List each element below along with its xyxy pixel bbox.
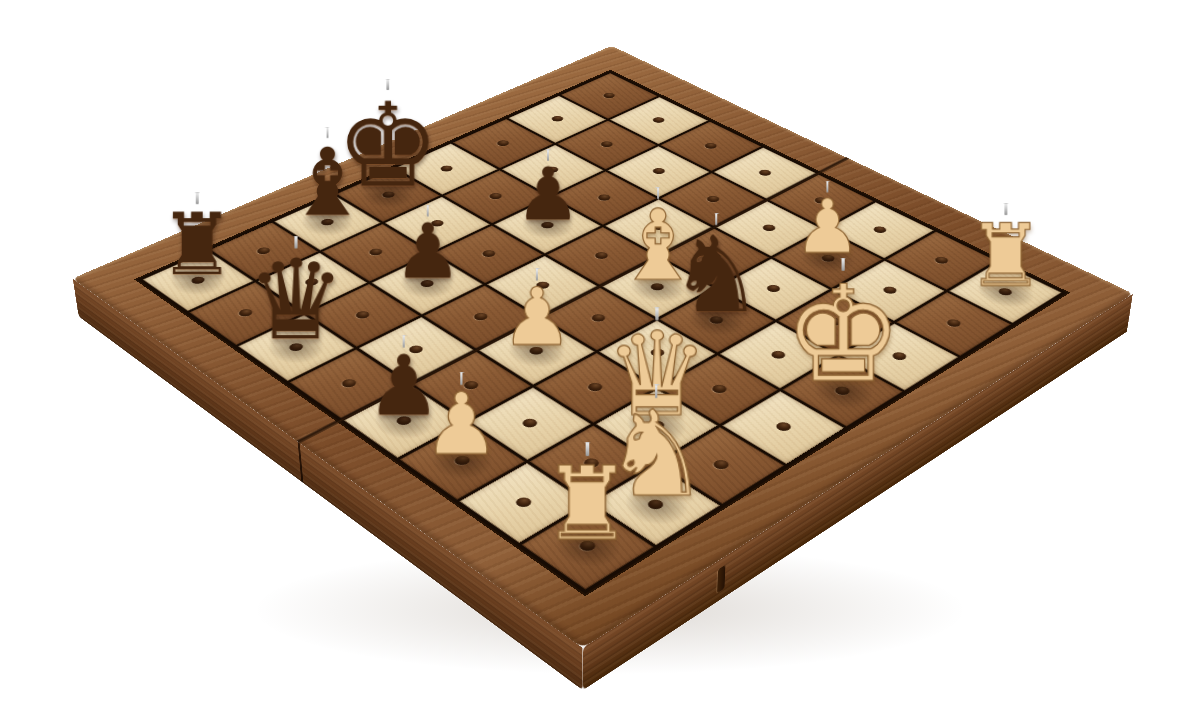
peg-hole — [599, 140, 616, 148]
white-pawn-c4: ♟ — [501, 268, 572, 357]
metal-pin — [655, 307, 658, 320]
peg-hole — [704, 195, 721, 204]
metal-pin — [586, 442, 589, 456]
hinge-seam — [297, 441, 303, 483]
square-h1: ♜ — [950, 262, 1062, 323]
metal-pin — [387, 79, 389, 90]
piece-glyph: ♜ — [967, 212, 1044, 298]
white-king-e1: ♚ — [783, 258, 902, 401]
square-e1: ♚ — [783, 357, 903, 427]
black-pawn-c6: ♟ — [393, 205, 461, 290]
peg-hole — [520, 417, 540, 429]
clasp-slot — [717, 565, 725, 593]
black-rook-a8: ♜ — [159, 192, 236, 287]
metal-pin — [546, 149, 548, 160]
peg-hole — [703, 142, 720, 150]
black-pawn-e6: ♟ — [515, 149, 580, 230]
peg-hole — [585, 381, 605, 392]
peg-hole — [513, 496, 534, 509]
peg-hole — [438, 164, 455, 172]
piece-glyph: ♝ — [285, 136, 369, 230]
peg-hole — [471, 311, 490, 321]
product-photo-scene: ♜♟♟♝♞♚♚♝♟♟♛♞♜♛♟♟♜ — [0, 0, 1200, 708]
board-field: ♜♟♟♝♞♚♚♝♟♟♛♞♜♛♟♟♜ — [137, 71, 1067, 594]
peg-hole — [773, 421, 793, 433]
peg-hole — [756, 168, 773, 176]
piece-glyph: ♟ — [424, 382, 500, 467]
metal-pin — [426, 205, 428, 217]
chess-board: ♜♟♟♝♞♚♚♝♟♟♛♞♜♛♟♟♜ — [73, 46, 1133, 648]
black-bishop-c8: ♝ — [285, 127, 369, 229]
peg-hole — [764, 283, 782, 293]
peg-hole — [709, 383, 729, 395]
peg-hole — [596, 193, 613, 202]
white-pawn-a3: ♟ — [424, 372, 500, 467]
metal-pin — [326, 127, 328, 138]
peg-hole — [932, 255, 950, 265]
peg-hole — [339, 377, 359, 388]
peg-hole — [871, 225, 889, 234]
peg-hole — [944, 318, 963, 329]
metal-pin — [1004, 203, 1007, 215]
peg-hole — [651, 116, 667, 124]
peg-hole — [601, 92, 617, 100]
piece-glyph: ♟ — [794, 190, 861, 265]
piece-glyph: ♟ — [515, 158, 580, 231]
peg-hole — [711, 458, 732, 471]
white-rook-a1: ♜ — [542, 442, 633, 554]
peg-hole — [488, 192, 505, 201]
metal-pin — [295, 236, 298, 249]
peg-hole — [549, 115, 565, 123]
piece-glyph: ♟ — [501, 278, 572, 357]
peg-hole — [650, 167, 667, 175]
piece-glyph: ♜ — [159, 201, 236, 287]
piece-glyph: ♜ — [542, 452, 633, 554]
peg-hole — [354, 310, 373, 320]
black-queen-a6: ♛ — [246, 236, 345, 356]
peg-hole — [592, 250, 610, 260]
piece-glyph: ♛ — [246, 245, 345, 356]
white-rook-h1: ♜ — [967, 203, 1044, 298]
peg-hole — [367, 247, 385, 257]
piece-glyph: ♟ — [393, 214, 461, 290]
peg-hole — [480, 249, 498, 259]
metal-pin — [655, 384, 658, 398]
metal-pin — [841, 258, 844, 271]
peg-hole — [495, 139, 512, 147]
metal-pin — [656, 187, 659, 199]
metal-pin — [535, 268, 538, 281]
white-pawn-g3: ♟ — [794, 181, 861, 264]
piece-glyph: ♚ — [783, 268, 902, 401]
